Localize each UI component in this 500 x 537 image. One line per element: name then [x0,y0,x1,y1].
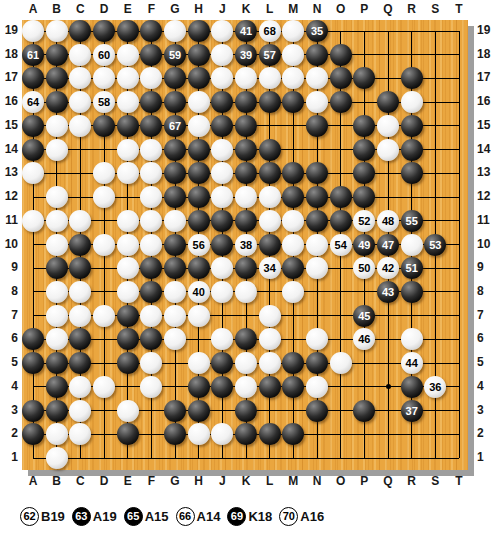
black-stone-K3 [235,400,257,422]
white-stone-M10 [282,234,304,256]
black-stone-R15 [401,115,423,137]
move-52-stone-P11: 52 [353,210,375,232]
white-stone-A11 [22,210,44,232]
coord-label-6-right: 6 [477,331,499,345]
coord-label-6-left: 6 [0,331,18,345]
black-stone-N5 [306,352,328,374]
caption-move-65-stone: 65 [124,507,143,526]
white-stone-L12 [259,186,281,208]
black-stone-P3 [353,400,375,422]
caption-move-69-stone: 69 [227,507,246,526]
white-stone-E11 [117,210,139,232]
white-stone-L11 [259,210,281,232]
black-stone-N11 [306,210,328,232]
white-stone-N4 [306,376,328,398]
black-stone-M4 [282,376,304,398]
coord-label-16-right: 16 [477,94,499,108]
coord-label-1-right: 1 [477,450,499,464]
white-stone-F4 [140,376,162,398]
coord-label-8-left: 8 [0,284,18,298]
black-stone-K11 [235,210,257,232]
coord-label-13-left: 13 [0,165,18,179]
black-stone-G3 [164,400,186,422]
coord-label-H-bottom: H [189,474,209,488]
move-56-stone-H10: 56 [188,234,210,256]
black-stone-H9 [188,257,210,279]
white-stone-E13 [117,162,139,184]
black-stone-K15 [235,115,257,137]
coord-label-10-right: 10 [477,237,499,251]
black-stone-R8 [401,281,423,303]
coord-label-13-right: 13 [477,165,499,179]
coord-label-A-bottom: A [23,474,43,488]
move-67-stone-G15: 67 [164,115,186,137]
move-44-stone-R5: 44 [401,352,423,374]
move-61-stone-A18: 61 [22,44,44,66]
move-53-stone-S10: 53 [424,234,446,256]
coord-label-K-top: K [236,2,256,16]
coord-label-14-left: 14 [0,142,18,156]
black-stone-O11 [330,210,352,232]
coord-label-L-top: L [260,2,280,16]
coord-label-18-left: 18 [0,47,18,61]
black-stone-G12 [164,186,186,208]
black-stone-A14 [22,139,44,161]
black-stone-N12 [306,186,328,208]
black-stone-C10 [69,234,91,256]
move-34-stone-L9: 34 [259,257,281,279]
coord-label-9-right: 9 [477,260,499,274]
white-stone-C7 [69,305,91,327]
coord-label-P-bottom: P [354,474,374,488]
coord-label-19-left: 19 [0,23,18,37]
white-stone-B6 [46,328,68,350]
move-64-stone-A16: 64 [22,91,44,113]
black-stone-J10 [211,234,233,256]
white-stone-N10 [306,234,328,256]
coord-label-17-right: 17 [477,70,499,84]
move-54-stone-O10: 54 [330,234,352,256]
coord-label-14-right: 14 [477,142,499,156]
black-stone-H18 [188,44,210,66]
coord-label-C-top: C [70,2,90,16]
white-stone-B8 [46,281,68,303]
white-stone-K5 [235,352,257,374]
coord-label-12-right: 12 [477,189,499,203]
white-stone-A19 [22,20,44,42]
black-stone-B18 [46,44,68,66]
coord-label-O-bottom: O [331,474,351,488]
caption-move-63-point: A19 [93,509,117,524]
coord-label-R-top: R [402,2,422,16]
coord-label-F-bottom: F [141,474,161,488]
black-stone-H19 [188,20,210,42]
coord-label-1-left: 1 [0,450,18,464]
coord-label-N-top: N [307,2,327,16]
white-stone-F7 [140,305,162,327]
move-48-stone-Q11: 48 [377,210,399,232]
black-stone-D15 [93,115,115,137]
black-stone-P14 [353,139,375,161]
coord-label-3-left: 3 [0,403,18,417]
black-stone-H4 [188,376,210,398]
coord-label-E-top: E [118,2,138,16]
coord-label-4-right: 4 [477,379,499,393]
caption-move-63-stone: 63 [72,507,91,526]
coord-label-K-bottom: K [236,474,256,488]
black-stone-L2 [259,423,281,445]
black-stone-E2 [117,423,139,445]
white-stone-B1 [46,447,68,469]
black-stone-G16 [164,91,186,113]
move-36-stone-S4: 36 [424,376,446,398]
coord-label-19-right: 19 [477,23,499,37]
white-stone-H2 [188,423,210,445]
caption-move-69-point: K18 [248,509,272,524]
coord-label-E-bottom: E [118,474,138,488]
black-stone-B4 [46,376,68,398]
white-stone-F14 [140,139,162,161]
white-stone-J18 [211,44,233,66]
black-stone-L4 [259,376,281,398]
caption-move-66-stone: 66 [176,507,195,526]
move-45-stone-P7: 45 [353,305,375,327]
coord-label-A-top: A [23,2,43,16]
black-stone-J11 [211,210,233,232]
white-stone-B14 [46,139,68,161]
black-stone-K16 [235,91,257,113]
coord-label-M-top: M [283,2,303,16]
white-stone-R16 [401,91,423,113]
white-stone-H15 [188,115,210,137]
black-stone-E15 [117,115,139,137]
black-stone-H11 [188,210,210,232]
move-35-stone-N19: 35 [306,20,328,42]
coord-label-B-bottom: B [47,474,67,488]
black-stone-A15 [22,115,44,137]
black-stone-E19 [117,20,139,42]
move-59-stone-G18: 59 [164,44,186,66]
move-51-stone-R9: 51 [401,257,423,279]
coord-label-C-bottom: C [70,474,90,488]
white-stone-K8 [235,281,257,303]
move-41-stone-K19: 41 [235,20,257,42]
white-stone-D7 [93,305,115,327]
coord-label-S-bottom: S [425,474,445,488]
move-37-stone-R3: 37 [401,400,423,422]
black-stone-N3 [306,400,328,422]
caption-move-70-stone: 70 [279,507,298,526]
coord-label-16-left: 16 [0,94,18,108]
caption-move-66-point: A14 [197,509,221,524]
black-stone-A5 [22,352,44,374]
coord-label-N-bottom: N [307,474,327,488]
white-stone-Q14 [377,139,399,161]
white-stone-E17 [117,67,139,89]
coord-label-F-top: F [141,2,161,16]
coord-label-G-top: G [165,2,185,16]
black-stone-E6 [117,328,139,350]
white-stone-R6 [401,328,423,350]
white-stone-B10 [46,234,68,256]
move-58-stone-D16: 58 [93,91,115,113]
white-stone-C11 [69,210,91,232]
white-stone-K12 [235,186,257,208]
coord-label-D-top: D [94,2,114,16]
move-caption: 62B1963A1965A1566A1469K1870A16 [20,505,331,527]
coord-label-11-right: 11 [477,213,499,227]
white-stone-B11 [46,210,68,232]
white-stone-Q15 [377,115,399,137]
black-stone-K14 [235,139,257,161]
white-stone-C18 [69,44,91,66]
coord-label-5-left: 5 [0,355,18,369]
star-point-Q4 [386,384,391,389]
white-stone-G11 [164,210,186,232]
white-stone-F10 [140,234,162,256]
black-stone-A3 [22,400,44,422]
black-stone-D19 [93,20,115,42]
coord-label-2-left: 2 [0,426,18,440]
coord-label-J-top: J [212,2,232,16]
white-stone-E3 [117,400,139,422]
white-stone-F11 [140,210,162,232]
coord-label-R-bottom: R [402,474,422,488]
black-stone-E5 [117,352,139,374]
move-60-stone-D18: 60 [93,44,115,66]
coord-label-18-right: 18 [477,47,499,61]
white-stone-C4 [69,376,91,398]
white-stone-K4 [235,376,257,398]
white-stone-G7 [164,305,186,327]
white-stone-L5 [259,352,281,374]
go-board[interactable]: 4168356160593957645867524855563854494753… [22,20,468,470]
white-stone-E9 [117,257,139,279]
black-stone-J4 [211,376,233,398]
black-stone-B5 [46,352,68,374]
move-47-stone-Q10: 47 [377,234,399,256]
white-stone-B12 [46,186,68,208]
coord-label-5-right: 5 [477,355,499,369]
black-stone-R4 [401,376,423,398]
coord-label-7-left: 7 [0,308,18,322]
white-stone-L6 [259,328,281,350]
white-stone-H7 [188,305,210,327]
white-stone-E18 [117,44,139,66]
move-57-stone-L18: 57 [259,44,281,66]
coord-label-15-left: 15 [0,118,18,132]
white-stone-B7 [46,305,68,327]
white-stone-R10 [401,234,423,256]
caption-move-65-point: A15 [145,509,169,524]
coord-label-Q-bottom: Q [378,474,398,488]
coord-label-J-bottom: J [212,474,232,488]
black-stone-B9 [46,257,68,279]
black-stone-R14 [401,139,423,161]
caption-move-70-point: A16 [300,509,324,524]
white-stone-E10 [117,234,139,256]
coord-label-4-left: 4 [0,379,18,393]
white-stone-B19 [46,20,68,42]
coord-label-15-right: 15 [477,118,499,132]
coord-label-B-top: B [47,2,67,16]
move-40-stone-H8: 40 [188,281,210,303]
coord-label-O-top: O [331,2,351,16]
white-stone-G19 [164,20,186,42]
black-stone-F18 [140,44,162,66]
coord-label-D-bottom: D [94,474,114,488]
white-stone-G8 [164,281,186,303]
caption-move-62-point: B19 [41,509,65,524]
black-stone-G10 [164,234,186,256]
black-stone-B16 [46,91,68,113]
coord-label-L-bottom: L [260,474,280,488]
coord-label-17-left: 17 [0,70,18,84]
white-stone-M18 [282,44,304,66]
black-stone-L14 [259,139,281,161]
white-stone-M11 [282,210,304,232]
move-43-stone-Q8: 43 [377,281,399,303]
move-68-stone-L19: 68 [259,20,281,42]
black-stone-R17 [401,67,423,89]
coord-label-G-bottom: G [165,474,185,488]
coord-label-10-left: 10 [0,237,18,251]
white-stone-N16 [306,91,328,113]
coord-label-Q-top: Q [378,2,398,16]
black-stone-L16 [259,91,281,113]
white-stone-H16 [188,91,210,113]
white-stone-D10 [93,234,115,256]
white-stone-B15 [46,115,68,137]
black-stone-O12 [330,186,352,208]
white-stone-H5 [188,352,210,374]
move-39-stone-K18: 39 [235,44,257,66]
coord-label-M-bottom: M [283,474,303,488]
white-stone-D12 [93,186,115,208]
move-38-stone-K10: 38 [235,234,257,256]
black-stone-H13 [188,162,210,184]
black-stone-H3 [188,400,210,422]
coord-label-T-top: T [449,2,469,16]
black-stone-L10 [259,234,281,256]
coord-label-S-top: S [425,2,445,16]
coord-label-3-right: 3 [477,403,499,417]
coord-label-8-right: 8 [477,284,499,298]
white-stone-E16 [117,91,139,113]
black-stone-H14 [188,139,210,161]
go-diagram-page: ABCDEFGHJKLMNOPQRST 19181716151413121110… [0,0,500,537]
coord-label-9-left: 9 [0,260,18,274]
black-stone-G14 [164,139,186,161]
white-stone-C3 [69,400,91,422]
caption-move-62-stone: 62 [20,507,39,526]
coord-label-11-left: 11 [0,213,18,227]
black-stone-H17 [188,67,210,89]
move-49-stone-P10: 49 [353,234,375,256]
white-stone-E8 [117,281,139,303]
black-stone-B17 [46,67,68,89]
move-55-stone-R11: 55 [401,210,423,232]
white-stone-J14 [211,139,233,161]
black-stone-Q16 [377,91,399,113]
black-stone-B3 [46,400,68,422]
coord-label-2-right: 2 [477,426,499,440]
white-stone-E14 [117,139,139,161]
black-stone-E7 [117,305,139,327]
coord-label-P-top: P [354,2,374,16]
black-stone-O18 [330,44,352,66]
white-stone-B2 [46,423,68,445]
white-stone-L7 [259,305,281,327]
black-stone-O17 [330,67,352,89]
coord-label-T-bottom: T [449,474,469,488]
coord-label-7-right: 7 [477,308,499,322]
black-stone-L13 [259,162,281,184]
black-stone-N18 [306,44,328,66]
black-stone-R13 [401,162,423,184]
white-stone-O5 [330,352,352,374]
black-stone-O16 [330,91,352,113]
black-stone-N15 [306,115,328,137]
white-stone-L17 [259,67,281,89]
black-stone-H12 [188,186,210,208]
coord-label-H-top: H [189,2,209,16]
coord-label-12-left: 12 [0,189,18,203]
white-stone-D4 [93,376,115,398]
